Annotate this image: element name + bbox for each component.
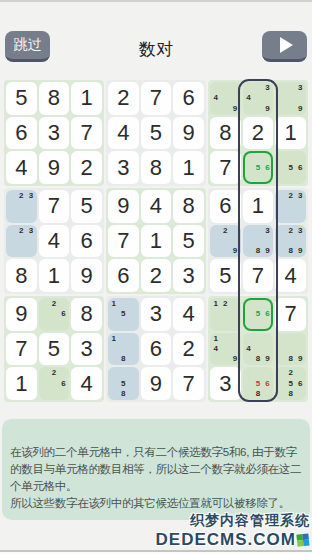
- watermark: 织梦内容管理系统 DEDECMS.COM: [156, 512, 310, 550]
- box-2-1: 23752346819: [4, 188, 104, 294]
- candidate-8: 8: [119, 355, 129, 363]
- cell-r9c9[interactable]: 2568: [275, 367, 306, 400]
- watermark-line1: 织梦内容管理系统: [156, 512, 310, 530]
- cell-r8c4[interactable]: 18: [108, 333, 139, 366]
- cell-r5c4[interactable]: 7: [108, 225, 139, 258]
- dedecms-logo-icon: [296, 533, 310, 547]
- cell-r7c1[interactable]: 9: [6, 298, 37, 331]
- cell-r2c4[interactable]: 4: [108, 117, 139, 150]
- candidate-1: 1: [109, 300, 119, 308]
- candidate-3: 3: [26, 227, 36, 235]
- candidate-4: 4: [211, 94, 221, 102]
- cell-r2c6[interactable]: 9: [173, 117, 204, 150]
- candidate-2: 2: [17, 192, 27, 200]
- box-3-2: 153418625897: [106, 296, 206, 402]
- candidate-8: 8: [253, 247, 263, 255]
- cell-r8c2[interactable]: 5: [39, 333, 70, 366]
- candidate-2: 2: [221, 300, 231, 308]
- cell-r4c3[interactable]: 5: [71, 190, 102, 223]
- cell-r6c1[interactable]: 8: [6, 259, 37, 292]
- candidate-2: 2: [286, 192, 296, 200]
- box-1-2: 276459381: [106, 80, 206, 186]
- cell-r1c9[interactable]: 39: [275, 82, 306, 115]
- candidate-8: 8: [286, 355, 296, 363]
- candidate-6: 6: [263, 310, 273, 318]
- cell-r2c1[interactable]: 6: [6, 117, 37, 150]
- cell-r2c9[interactable]: 1: [275, 117, 306, 150]
- cell-r9c8[interactable]: 568: [243, 367, 274, 400]
- candidate-8: 8: [286, 390, 296, 398]
- candidate-5: 5: [286, 164, 296, 172]
- cell-r6c2[interactable]: 1: [39, 259, 70, 292]
- cell-r7c8[interactable]: 56: [243, 298, 274, 331]
- cell-r7c9[interactable]: 7: [275, 298, 306, 331]
- cell-r2c2[interactable]: 3: [39, 117, 70, 150]
- candidate-2: 2: [49, 300, 59, 308]
- cell-r2c8[interactable]: 2: [243, 117, 274, 150]
- cell-r5c5[interactable]: 1: [141, 225, 172, 258]
- cell-r4c1[interactable]: 23: [6, 190, 37, 223]
- app-screen: 跳过 数对 5816374922764593814934939821756562…: [0, 0, 312, 554]
- cell-r7c4[interactable]: 15: [108, 298, 139, 331]
- play-icon: [280, 37, 293, 53]
- cell-r4c2[interactable]: 7: [39, 190, 70, 223]
- cell-r1c5[interactable]: 7: [141, 82, 172, 115]
- cell-r7c5[interactable]: 3: [141, 298, 172, 331]
- candidate-5: 5: [119, 310, 129, 318]
- candidate-2: 2: [286, 227, 296, 235]
- candidate-2: 2: [221, 227, 231, 235]
- cell-r1c6[interactable]: 6: [173, 82, 204, 115]
- candidate-4: 4: [244, 345, 254, 353]
- watermark-line2: DEDECMS.COM: [156, 530, 310, 550]
- cell-r1c2[interactable]: 8: [39, 82, 70, 115]
- candidate-8: 8: [253, 390, 263, 398]
- candidate-3: 3: [295, 84, 305, 92]
- box-3-3: 125671494898935682568: [208, 296, 308, 402]
- cell-r5c2[interactable]: 4: [39, 225, 70, 258]
- cell-r5c1[interactable]: 23: [6, 225, 37, 258]
- cell-r3c8[interactable]: 56: [243, 151, 274, 184]
- candidate-9: 9: [295, 105, 305, 113]
- explanation-para-2: 所以这些数字在该列中的其它候选位置就可以被移除了。: [10, 495, 302, 512]
- candidate-4: 4: [211, 345, 221, 353]
- cell-r5c9[interactable]: 2389: [275, 225, 306, 258]
- cell-r5c6[interactable]: 5: [173, 225, 204, 258]
- candidate-9: 9: [295, 247, 305, 255]
- cell-r8c6[interactable]: 2: [173, 333, 204, 366]
- candidate-5: 5: [286, 380, 296, 388]
- sudoku-board: 5816374922764593814934939821756562375234…: [4, 80, 308, 402]
- candidate-1: 1: [109, 335, 119, 343]
- cell-r3c4[interactable]: 3: [108, 151, 139, 184]
- candidate-6: 6: [59, 380, 69, 388]
- cell-r8c1[interactable]: 7: [6, 333, 37, 366]
- cell-r9c3[interactable]: 4: [71, 367, 102, 400]
- candidate-6: 6: [295, 380, 305, 388]
- candidate-3: 3: [263, 227, 273, 235]
- cell-r2c5[interactable]: 5: [141, 117, 172, 150]
- cell-r9c2[interactable]: 26: [39, 367, 70, 400]
- cell-r1c4[interactable]: 2: [108, 82, 139, 115]
- cell-r6c7[interactable]: 5: [210, 259, 241, 292]
- cell-r9c5[interactable]: 9: [141, 367, 172, 400]
- cell-r7c7[interactable]: 12: [210, 298, 241, 331]
- candidate-2: 2: [286, 369, 296, 377]
- candidate-1: 1: [211, 300, 221, 308]
- candidate-9: 9: [263, 247, 273, 255]
- cell-r1c3[interactable]: 1: [71, 82, 102, 115]
- cell-r6c3[interactable]: 9: [71, 259, 102, 292]
- cell-r4c6[interactable]: 8: [173, 190, 204, 223]
- candidate-9: 9: [230, 105, 240, 113]
- cell-r3c6[interactable]: 1: [173, 151, 204, 184]
- candidate-9: 9: [263, 105, 273, 113]
- cell-r6c5[interactable]: 2: [141, 259, 172, 292]
- cell-r4c8[interactable]: 1: [243, 190, 274, 223]
- cell-r1c8[interactable]: 349: [243, 82, 274, 115]
- box-1-1: 581637492: [4, 80, 104, 186]
- candidate-6: 6: [263, 380, 273, 388]
- cell-r8c9[interactable]: 89: [275, 333, 306, 366]
- cell-r3c3[interactable]: 2: [71, 151, 102, 184]
- candidate-5: 5: [119, 380, 129, 388]
- cell-r6c4[interactable]: 6: [108, 259, 139, 292]
- cell-r3c9[interactable]: 56: [275, 151, 306, 184]
- candidate-4: 4: [244, 94, 254, 102]
- box-2-3: 6123293892389574: [208, 188, 308, 294]
- candidate-3: 3: [263, 84, 273, 92]
- cell-r1c1[interactable]: 5: [6, 82, 37, 115]
- watermark-line2-text: DEDECMS.COM: [156, 530, 296, 549]
- cell-r8c3[interactable]: 3: [71, 333, 102, 366]
- candidate-6: 6: [263, 164, 273, 172]
- candidate-9: 9: [263, 355, 273, 363]
- candidate-9: 9: [230, 355, 240, 363]
- cell-r8c7[interactable]: 149: [210, 333, 241, 366]
- cell-r4c7[interactable]: 6: [210, 190, 241, 223]
- cell-r3c5[interactable]: 8: [141, 151, 172, 184]
- candidate-2: 2: [49, 369, 59, 377]
- candidate-2: 2: [17, 227, 27, 235]
- candidate-5: 5: [253, 164, 263, 172]
- cell-r9c6[interactable]: 7: [173, 367, 204, 400]
- cell-r6c6[interactable]: 3: [173, 259, 204, 292]
- cell-r4c5[interactable]: 4: [141, 190, 172, 223]
- cell-r9c1[interactable]: 1: [6, 367, 37, 400]
- cell-r9c4[interactable]: 58: [108, 367, 139, 400]
- cell-r4c9[interactable]: 23: [275, 190, 306, 223]
- candidate-9: 9: [230, 247, 240, 255]
- explanation-para-1: 在该列的二个单元格中，只有二个候选数字5和6, 由于数字的数目与单元格的数目相等…: [10, 444, 302, 495]
- cell-r5c8[interactable]: 389: [243, 225, 274, 258]
- cell-r5c7[interactable]: 29: [210, 225, 241, 258]
- candidate-6: 6: [295, 164, 305, 172]
- cell-r3c1[interactable]: 4: [6, 151, 37, 184]
- cell-r7c3[interactable]: 8: [71, 298, 102, 331]
- candidate-5: 5: [253, 380, 263, 388]
- cell-r9c7[interactable]: 3: [210, 367, 241, 400]
- cell-r6c9[interactable]: 4: [275, 259, 306, 292]
- explanation-panel: 在该列的二个单元格中，只有二个候选数字5和6, 由于数字的数目与单元格的数目相等…: [2, 418, 310, 520]
- cell-r5c3[interactable]: 6: [71, 225, 102, 258]
- candidate-1: 1: [211, 335, 221, 343]
- candidate-8: 8: [119, 390, 129, 398]
- cell-r2c7[interactable]: 8: [210, 117, 241, 150]
- box-3-1: 92687531264: [4, 296, 104, 402]
- cell-r7c2[interactable]: 26: [39, 298, 70, 331]
- candidate-3: 3: [26, 192, 36, 200]
- candidate-3: 3: [295, 192, 305, 200]
- candidate-9: 9: [295, 355, 305, 363]
- top-edge-line: [0, 0, 312, 2]
- play-button[interactable]: [262, 31, 307, 62]
- candidate-6: 6: [59, 310, 69, 318]
- candidate-8: 8: [286, 247, 296, 255]
- box-1-3: 493493982175656: [208, 80, 308, 186]
- candidate-8: 8: [253, 355, 263, 363]
- candidate-5: 5: [253, 310, 263, 318]
- cell-r3c2[interactable]: 9: [39, 151, 70, 184]
- cell-r2c3[interactable]: 7: [71, 117, 102, 150]
- cell-r1c7[interactable]: 49: [210, 82, 241, 115]
- cell-r7c6[interactable]: 4: [173, 298, 204, 331]
- candidate-3: 3: [295, 227, 305, 235]
- cell-r8c8[interactable]: 489: [243, 333, 274, 366]
- cell-r6c8[interactable]: 7: [243, 259, 274, 292]
- cell-r4c4[interactable]: 9: [108, 190, 139, 223]
- box-2-2: 948715623: [106, 188, 206, 294]
- cell-r8c5[interactable]: 6: [141, 333, 172, 366]
- cell-r3c7[interactable]: 7: [210, 151, 241, 184]
